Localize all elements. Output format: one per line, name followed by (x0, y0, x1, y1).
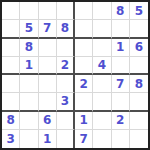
cell-r8c6-empty[interactable] (93, 130, 111, 148)
cell-r7c8-empty[interactable] (130, 112, 148, 130)
cell-r6c1-empty[interactable] (2, 93, 20, 111)
cell-r8c2-empty[interactable] (20, 130, 38, 148)
cell-r2c6-empty[interactable] (93, 20, 111, 38)
cell-r8c1-given: 3 (2, 130, 20, 148)
cell-r1c5-empty[interactable] (75, 2, 93, 20)
cell-r4c1-empty[interactable] (2, 57, 20, 75)
cell-r4c2-given: 1 (20, 57, 38, 75)
cell-r8c8-empty[interactable] (130, 130, 148, 148)
cell-r4c7-empty[interactable] (112, 57, 130, 75)
cell-r7c3-given: 6 (39, 112, 57, 130)
cell-r1c1-empty[interactable] (2, 2, 20, 20)
cell-r8c4-empty[interactable] (57, 130, 75, 148)
cell-r6c3-empty[interactable] (39, 93, 57, 111)
cell-r3c3-empty[interactable] (39, 39, 57, 57)
cell-r5c4-empty[interactable] (57, 75, 75, 93)
cell-r3c4-empty[interactable] (57, 39, 75, 57)
cell-r5c3-empty[interactable] (39, 75, 57, 93)
cell-r3c2-given: 8 (20, 39, 38, 57)
cell-r2c8-empty[interactable] (130, 20, 148, 38)
cell-r5c7-given: 7 (112, 75, 130, 93)
cell-r3c5-empty[interactable] (75, 39, 93, 57)
cell-r2c3-given: 7 (39, 20, 57, 38)
cell-r6c2-empty[interactable] (20, 93, 38, 111)
cell-r7c7-given: 2 (112, 112, 130, 130)
cell-r1c4-empty[interactable] (57, 2, 75, 20)
cell-r1c8-given: 5 (130, 2, 148, 20)
cell-r6c8-empty[interactable] (130, 93, 148, 111)
cell-r4c4-given: 2 (57, 57, 75, 75)
cell-r8c5-given: 7 (75, 130, 93, 148)
cell-r1c3-empty[interactable] (39, 2, 57, 20)
cell-r4c3-empty[interactable] (39, 57, 57, 75)
cell-r2c5-empty[interactable] (75, 20, 93, 38)
cell-r7c6-empty[interactable] (93, 112, 111, 130)
cell-r2c1-empty[interactable] (2, 20, 20, 38)
cell-r8c3-given: 1 (39, 130, 57, 148)
cell-r5c5-given: 2 (75, 75, 93, 93)
cell-r2c4-given: 8 (57, 20, 75, 38)
cell-r4c5-empty[interactable] (75, 57, 93, 75)
cell-r5c8-given: 8 (130, 75, 148, 93)
cell-r3c8-given: 6 (130, 39, 148, 57)
cell-r6c7-empty[interactable] (112, 93, 130, 111)
cell-r3c6-empty[interactable] (93, 39, 111, 57)
cell-r4c6-given: 4 (93, 57, 111, 75)
cell-r8c7-empty[interactable] (112, 130, 130, 148)
cell-r5c6-empty[interactable] (93, 75, 111, 93)
cell-r7c2-empty[interactable] (20, 112, 38, 130)
cell-r5c1-empty[interactable] (2, 75, 20, 93)
cell-r7c4-empty[interactable] (57, 112, 75, 130)
cell-r7c1-given: 8 (2, 112, 20, 130)
cell-r2c7-empty[interactable] (112, 20, 130, 38)
cell-r6c5-empty[interactable] (75, 93, 93, 111)
cell-r2c2-given: 5 (20, 20, 38, 38)
cell-r1c2-empty[interactable] (20, 2, 38, 20)
cell-r4c8-empty[interactable] (130, 57, 148, 75)
cell-r1c7-given: 8 (112, 2, 130, 20)
cell-r3c7-given: 1 (112, 39, 130, 57)
cell-r5c2-empty[interactable] (20, 75, 38, 93)
cell-r3c1-empty[interactable] (2, 39, 20, 57)
sudoku-board: 8557881612427838612317 (0, 0, 150, 150)
cell-r1c6-empty[interactable] (93, 2, 111, 20)
cell-r6c4-given: 3 (57, 93, 75, 111)
cell-r6c6-empty[interactable] (93, 93, 111, 111)
cell-r7c5-given: 1 (75, 112, 93, 130)
